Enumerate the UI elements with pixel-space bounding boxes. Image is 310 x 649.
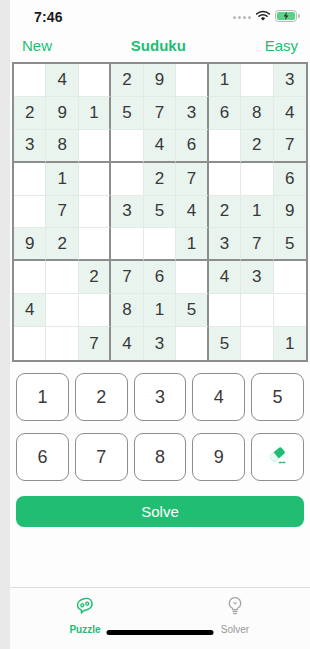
cell-r9c5[interactable]: 3 — [144, 327, 176, 360]
cell-r9c8[interactable] — [241, 327, 273, 360]
cell-r2c6[interactable]: 3 — [176, 97, 208, 130]
cell-r4c8[interactable] — [241, 163, 273, 196]
cell-r3c3[interactable] — [79, 130, 111, 163]
cell-r6c3[interactable] — [79, 228, 111, 261]
cell-r7c8[interactable]: 3 — [241, 261, 273, 294]
eraser-icon — [267, 444, 289, 471]
cell-r3c7[interactable] — [209, 130, 241, 163]
cell-r3c6[interactable]: 6 — [176, 130, 208, 163]
cell-r5c6[interactable]: 4 — [176, 196, 208, 229]
cell-r4c5[interactable]: 2 — [144, 163, 176, 196]
tab-solver-label: Solver — [221, 624, 249, 635]
cell-r6c5[interactable] — [144, 228, 176, 261]
cell-r2c8[interactable]: 8 — [241, 97, 273, 130]
new-button[interactable]: New — [22, 37, 52, 54]
lightbulb-icon — [223, 594, 247, 622]
tab-puzzle[interactable]: Puzzle — [10, 588, 160, 649]
solve-button[interactable]: Solve — [16, 496, 304, 527]
cell-r5c4[interactable]: 3 — [111, 196, 143, 229]
cell-r2c4[interactable]: 5 — [111, 97, 143, 130]
cell-r5c1[interactable] — [14, 196, 46, 229]
board-container: 4291329157368438462712767354219921375276… — [12, 62, 308, 362]
cell-r4c9[interactable]: 6 — [274, 163, 306, 196]
numpad-row-2: 6 7 8 9 — [16, 433, 304, 481]
cell-r2c9[interactable]: 4 — [274, 97, 306, 130]
status-bar: 7:46 — [10, 0, 310, 30]
cell-r8c4[interactable]: 8 — [111, 294, 143, 327]
cell-r5c8[interactable]: 1 — [241, 196, 273, 229]
digit-1-button[interactable]: 1 — [16, 373, 69, 421]
cell-r1c7[interactable]: 1 — [209, 64, 241, 97]
puzzle-icon — [73, 594, 97, 622]
cell-r5c5[interactable]: 5 — [144, 196, 176, 229]
cell-r7c1[interactable] — [14, 261, 46, 294]
cell-r3c1[interactable]: 3 — [14, 130, 46, 163]
cell-r9c9[interactable]: 1 — [274, 327, 306, 360]
cell-r7c5[interactable]: 6 — [144, 261, 176, 294]
cell-r4c2[interactable]: 1 — [46, 163, 78, 196]
cell-r8c1[interactable]: 4 — [14, 294, 46, 327]
cell-r3c4[interactable] — [111, 130, 143, 163]
cell-r8c2[interactable] — [46, 294, 78, 327]
cell-r1c2[interactable]: 4 — [46, 64, 78, 97]
nav-bar: New Suduku Easy — [10, 30, 310, 60]
cell-r6c4[interactable] — [111, 228, 143, 261]
digit-7-button[interactable]: 7 — [75, 433, 128, 481]
cell-r8c6[interactable]: 5 — [176, 294, 208, 327]
cell-r6c1[interactable]: 9 — [14, 228, 46, 261]
sudoku-app-screen: 7:46 New — [10, 0, 310, 649]
number-pad: 1 2 3 4 5 6 7 8 9 — [16, 373, 304, 481]
cell-r2c2[interactable]: 9 — [46, 97, 78, 130]
cell-r4c3[interactable] — [79, 163, 111, 196]
cell-r7c2[interactable] — [46, 261, 78, 294]
cell-r8c9[interactable] — [274, 294, 306, 327]
digit-9-button[interactable]: 9 — [192, 433, 245, 481]
eraser-button[interactable] — [251, 433, 304, 481]
cell-r7c7[interactable]: 4 — [209, 261, 241, 294]
cell-r5c7[interactable]: 2 — [209, 196, 241, 229]
cell-r1c4[interactable]: 2 — [111, 64, 143, 97]
cell-r2c7[interactable]: 6 — [209, 97, 241, 130]
digit-5-button[interactable]: 5 — [251, 373, 304, 421]
cell-r3c8[interactable]: 2 — [241, 130, 273, 163]
cell-r1c1[interactable] — [14, 64, 46, 97]
cell-r1c5[interactable]: 9 — [144, 64, 176, 97]
cell-r6c8[interactable]: 7 — [241, 228, 273, 261]
digit-3-button[interactable]: 3 — [134, 373, 187, 421]
clock: 7:46 — [34, 9, 63, 25]
cell-r6c9[interactable]: 5 — [274, 228, 306, 261]
cell-r1c9[interactable]: 3 — [274, 64, 306, 97]
cell-r9c2[interactable] — [46, 327, 78, 360]
cell-r7c4[interactable]: 7 — [111, 261, 143, 294]
cell-r1c8[interactable] — [241, 64, 273, 97]
digit-2-button[interactable]: 2 — [75, 373, 128, 421]
digit-8-button[interactable]: 8 — [134, 433, 187, 481]
cell-r4c1[interactable] — [14, 163, 46, 196]
cell-r7c9[interactable] — [274, 261, 306, 294]
cell-r8c7[interactable] — [209, 294, 241, 327]
cell-r8c5[interactable]: 1 — [144, 294, 176, 327]
numpad-row-1: 1 2 3 4 5 — [16, 373, 304, 421]
cell-r6c6[interactable]: 1 — [176, 228, 208, 261]
cell-r3c9[interactable]: 7 — [274, 130, 306, 163]
cell-r9c6[interactable] — [176, 327, 208, 360]
cell-r5c9[interactable]: 9 — [274, 196, 306, 229]
sudoku-board: 4291329157368438462712767354219921375276… — [12, 62, 308, 362]
cell-r5c3[interactable] — [79, 196, 111, 229]
cell-r3c2[interactable]: 8 — [46, 130, 78, 163]
cell-r1c3[interactable] — [79, 64, 111, 97]
cell-r7c6[interactable] — [176, 261, 208, 294]
cell-r9c7[interactable]: 5 — [209, 327, 241, 360]
digit-6-button[interactable]: 6 — [16, 433, 69, 481]
cell-r4c7[interactable] — [209, 163, 241, 196]
cell-r4c4[interactable] — [111, 163, 143, 196]
page-title: Suduku — [131, 37, 186, 54]
cell-r5c2[interactable]: 7 — [46, 196, 78, 229]
cell-r6c2[interactable]: 2 — [46, 228, 78, 261]
cell-r6c7[interactable]: 3 — [209, 228, 241, 261]
tab-bar: Puzzle Solver — [10, 587, 310, 649]
cell-r3c5[interactable]: 4 — [144, 130, 176, 163]
cell-r4c6[interactable]: 7 — [176, 163, 208, 196]
cell-r9c1[interactable] — [14, 327, 46, 360]
tab-solver[interactable]: Solver — [160, 588, 310, 649]
cell-r7c3[interactable]: 2 — [79, 261, 111, 294]
difficulty-button[interactable]: Easy — [265, 37, 298, 54]
battery-charging-icon — [275, 8, 300, 26]
tab-puzzle-label: Puzzle — [69, 624, 100, 635]
cellular-dots-icon — [233, 16, 251, 19]
wifi-icon — [255, 8, 271, 26]
cell-r1c6[interactable] — [176, 64, 208, 97]
home-indicator[interactable] — [107, 630, 214, 635]
cell-r2c5[interactable]: 7 — [144, 97, 176, 130]
cell-r9c4[interactable]: 4 — [111, 327, 143, 360]
cell-r2c3[interactable]: 1 — [79, 97, 111, 130]
cell-r8c3[interactable] — [79, 294, 111, 327]
cell-r9c3[interactable]: 7 — [79, 327, 111, 360]
cell-r8c8[interactable] — [241, 294, 273, 327]
digit-4-button[interactable]: 4 — [192, 373, 245, 421]
cell-r2c1[interactable]: 2 — [14, 97, 46, 130]
